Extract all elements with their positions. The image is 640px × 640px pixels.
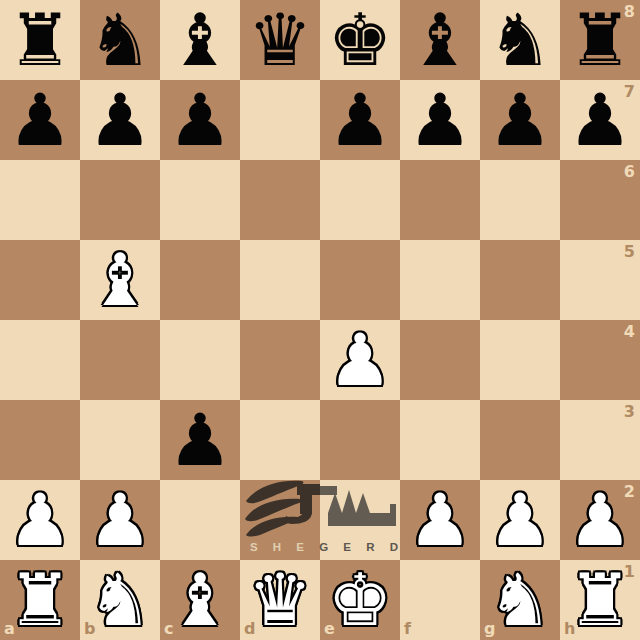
piece-black-pawn-a7[interactable]: ♟ (0, 80, 80, 160)
square-c2[interactable] (160, 480, 240, 560)
piece-white-pawn-e4[interactable]: ♟ (320, 320, 400, 400)
square-f1[interactable]: f (400, 560, 480, 640)
square-h4[interactable]: 4 (560, 320, 640, 400)
piece-black-bishop-c8[interactable]: ♝ (160, 0, 240, 80)
piece-black-bishop-f8[interactable]: ♝ (400, 0, 480, 80)
chess-board: ♜♞♝♛♚♝♞8♜♟♟♟♟♟♟7♟6♝5♟4♟3♟♟♟♟2♟a♜b♞c♝d♛e♚… (0, 0, 640, 640)
square-f8[interactable]: ♝ (400, 0, 480, 80)
piece-black-rook-a8[interactable]: ♜ (0, 0, 80, 80)
square-d5[interactable] (240, 240, 320, 320)
square-e5[interactable] (320, 240, 400, 320)
piece-white-knight-g1[interactable]: ♞ (480, 560, 560, 640)
square-e1[interactable]: e♚ (320, 560, 400, 640)
square-e3[interactable] (320, 400, 400, 480)
piece-black-queen-d8[interactable]: ♛ (240, 0, 320, 80)
square-h5[interactable]: 5 (560, 240, 640, 320)
piece-black-knight-b8[interactable]: ♞ (80, 0, 160, 80)
square-b7[interactable]: ♟ (80, 80, 160, 160)
square-g5[interactable] (480, 240, 560, 320)
square-c4[interactable] (160, 320, 240, 400)
piece-white-pawn-h2[interactable]: ♟ (560, 480, 640, 560)
rank-label-3: 3 (624, 404, 635, 420)
rank-label-4: 4 (624, 324, 635, 340)
rank-label-6: 6 (624, 164, 635, 180)
square-b8[interactable]: ♞ (80, 0, 160, 80)
square-b3[interactable] (80, 400, 160, 480)
square-e2[interactable] (320, 480, 400, 560)
piece-white-bishop-b5[interactable]: ♝ (80, 240, 160, 320)
square-h3[interactable]: 3 (560, 400, 640, 480)
square-c5[interactable] (160, 240, 240, 320)
square-c8[interactable]: ♝ (160, 0, 240, 80)
piece-black-king-e8[interactable]: ♚ (320, 0, 400, 80)
piece-black-pawn-f7[interactable]: ♟ (400, 80, 480, 160)
piece-black-pawn-c7[interactable]: ♟ (160, 80, 240, 160)
square-c7[interactable]: ♟ (160, 80, 240, 160)
square-h6[interactable]: 6 (560, 160, 640, 240)
square-e8[interactable]: ♚ (320, 0, 400, 80)
piece-black-rook-h8[interactable]: ♜ (560, 0, 640, 80)
square-g2[interactable]: ♟ (480, 480, 560, 560)
square-d3[interactable] (240, 400, 320, 480)
square-a5[interactable] (0, 240, 80, 320)
file-label-f: f (404, 621, 411, 637)
piece-white-knight-b1[interactable]: ♞ (80, 560, 160, 640)
square-f6[interactable] (400, 160, 480, 240)
square-h7[interactable]: 7♟ (560, 80, 640, 160)
square-g1[interactable]: g♞ (480, 560, 560, 640)
rank-label-5: 5 (624, 244, 635, 260)
square-d2[interactable] (240, 480, 320, 560)
square-a6[interactable] (0, 160, 80, 240)
square-f2[interactable]: ♟ (400, 480, 480, 560)
piece-white-queen-d1[interactable]: ♛ (240, 560, 320, 640)
square-g3[interactable] (480, 400, 560, 480)
piece-black-knight-g8[interactable]: ♞ (480, 0, 560, 80)
square-f5[interactable] (400, 240, 480, 320)
square-c6[interactable] (160, 160, 240, 240)
square-d4[interactable] (240, 320, 320, 400)
square-d6[interactable] (240, 160, 320, 240)
piece-white-rook-h1[interactable]: ♜ (560, 560, 640, 640)
square-b5[interactable]: ♝ (80, 240, 160, 320)
square-e4[interactable]: ♟ (320, 320, 400, 400)
piece-white-bishop-c1[interactable]: ♝ (160, 560, 240, 640)
piece-white-pawn-b2[interactable]: ♟ (80, 480, 160, 560)
square-d1[interactable]: d♛ (240, 560, 320, 640)
square-b6[interactable] (80, 160, 160, 240)
square-b4[interactable] (80, 320, 160, 400)
square-c3[interactable]: ♟ (160, 400, 240, 480)
square-h2[interactable]: 2♟ (560, 480, 640, 560)
square-d8[interactable]: ♛ (240, 0, 320, 80)
square-f3[interactable] (400, 400, 480, 480)
square-b1[interactable]: b♞ (80, 560, 160, 640)
square-g6[interactable] (480, 160, 560, 240)
piece-white-pawn-g2[interactable]: ♟ (480, 480, 560, 560)
square-f7[interactable]: ♟ (400, 80, 480, 160)
piece-white-king-e1[interactable]: ♚ (320, 560, 400, 640)
square-g4[interactable] (480, 320, 560, 400)
piece-black-pawn-h7[interactable]: ♟ (560, 80, 640, 160)
piece-black-pawn-g7[interactable]: ♟ (480, 80, 560, 160)
piece-black-pawn-b7[interactable]: ♟ (80, 80, 160, 160)
square-a3[interactable] (0, 400, 80, 480)
square-h8[interactable]: 8♜ (560, 0, 640, 80)
piece-black-pawn-e7[interactable]: ♟ (320, 80, 400, 160)
square-b2[interactable]: ♟ (80, 480, 160, 560)
square-f4[interactable] (400, 320, 480, 400)
square-a8[interactable]: ♜ (0, 0, 80, 80)
square-c1[interactable]: c♝ (160, 560, 240, 640)
piece-white-pawn-a2[interactable]: ♟ (0, 480, 80, 560)
square-a7[interactable]: ♟ (0, 80, 80, 160)
piece-white-rook-a1[interactable]: ♜ (0, 560, 80, 640)
square-a4[interactable] (0, 320, 80, 400)
square-h1[interactable]: 1h♜ (560, 560, 640, 640)
square-e6[interactable] (320, 160, 400, 240)
square-g8[interactable]: ♞ (480, 0, 560, 80)
piece-black-pawn-c3[interactable]: ♟ (160, 400, 240, 480)
piece-white-pawn-f2[interactable]: ♟ (400, 480, 480, 560)
square-g7[interactable]: ♟ (480, 80, 560, 160)
square-e7[interactable]: ♟ (320, 80, 400, 160)
square-a1[interactable]: a♜ (0, 560, 80, 640)
square-d7[interactable] (240, 80, 320, 160)
square-a2[interactable]: ♟ (0, 480, 80, 560)
